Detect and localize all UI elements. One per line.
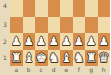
square-c4[interactable] xyxy=(35,0,48,17)
square-b4[interactable] xyxy=(23,0,36,17)
rank-label-2: 2 xyxy=(0,33,10,50)
square-a1[interactable]: ♜ xyxy=(10,50,23,67)
white-bishop[interactable]: ♝ xyxy=(23,51,35,64)
file-label-g: g xyxy=(85,66,98,75)
rank-labels: 4321 xyxy=(0,0,10,66)
file-label-c: c xyxy=(35,66,48,75)
square-h3[interactable] xyxy=(98,17,111,34)
square-b3[interactable] xyxy=(23,17,36,34)
rank-label-4: 4 xyxy=(0,0,10,17)
square-c1[interactable]: ♚ xyxy=(35,50,48,67)
square-a4[interactable] xyxy=(10,0,23,17)
white-pawn[interactable]: ♟ xyxy=(86,36,96,48)
square-f1[interactable]: ♞ xyxy=(73,50,86,67)
white-king[interactable]: ♚ xyxy=(35,51,47,64)
square-g4[interactable] xyxy=(85,0,98,17)
square-b2[interactable]: ♟ xyxy=(23,33,36,50)
square-d1[interactable]: ♞ xyxy=(48,50,61,67)
white-rook[interactable]: ♜ xyxy=(85,51,97,64)
square-e2[interactable]: ♟ xyxy=(60,33,73,50)
rank-label-1: 1 xyxy=(0,50,10,67)
square-e3[interactable] xyxy=(60,17,73,34)
file-label-b: b xyxy=(23,66,36,75)
square-g2[interactable]: ♟ xyxy=(85,33,98,50)
square-c3[interactable] xyxy=(35,17,48,34)
file-label-a: a xyxy=(10,66,23,75)
chess-board[interactable]: ♟♟♟♟♟♟♟♟♜♝♚♞♝♞♜♛ xyxy=(10,0,110,66)
file-label-f: f xyxy=(73,66,86,75)
square-h4[interactable] xyxy=(98,0,111,17)
square-h2[interactable]: ♟ xyxy=(98,33,111,50)
white-pawn[interactable]: ♟ xyxy=(61,36,71,48)
file-labels: abcdefgh xyxy=(10,66,110,75)
square-f4[interactable] xyxy=(73,0,86,17)
file-label-h: h xyxy=(98,66,111,75)
square-d2[interactable]: ♟ xyxy=(48,33,61,50)
white-rook[interactable]: ♜ xyxy=(10,51,22,64)
square-d4[interactable] xyxy=(48,0,61,17)
square-e1[interactable]: ♝ xyxy=(60,50,73,67)
white-pawn[interactable]: ♟ xyxy=(74,36,84,48)
square-a2[interactable]: ♟ xyxy=(10,33,23,50)
white-knight[interactable]: ♞ xyxy=(48,51,60,64)
white-pawn[interactable]: ♟ xyxy=(49,36,59,48)
file-label-d: d xyxy=(48,66,61,75)
square-c2[interactable]: ♟ xyxy=(35,33,48,50)
square-h1[interactable]: ♛ xyxy=(98,50,111,67)
white-pawn[interactable]: ♟ xyxy=(24,36,34,48)
white-queen[interactable]: ♛ xyxy=(98,51,110,64)
square-e4[interactable] xyxy=(60,0,73,17)
square-g1[interactable]: ♜ xyxy=(85,50,98,67)
white-pawn[interactable]: ♟ xyxy=(11,36,21,48)
rank-label-3: 3 xyxy=(0,17,10,34)
white-bishop[interactable]: ♝ xyxy=(60,51,72,64)
square-f3[interactable] xyxy=(73,17,86,34)
white-pawn[interactable]: ♟ xyxy=(36,36,46,48)
square-g3[interactable] xyxy=(85,17,98,34)
square-f2[interactable]: ♟ xyxy=(73,33,86,50)
square-a3[interactable] xyxy=(10,17,23,34)
square-b1[interactable]: ♝ xyxy=(23,50,36,67)
file-label-e: e xyxy=(60,66,73,75)
square-d3[interactable] xyxy=(48,17,61,34)
white-knight[interactable]: ♞ xyxy=(73,51,85,64)
chess-board-viewport: 4321 ♟♟♟♟♟♟♟♟♜♝♚♞♝♞♜♛ abcdefgh xyxy=(0,0,110,75)
white-pawn[interactable]: ♟ xyxy=(99,36,109,48)
